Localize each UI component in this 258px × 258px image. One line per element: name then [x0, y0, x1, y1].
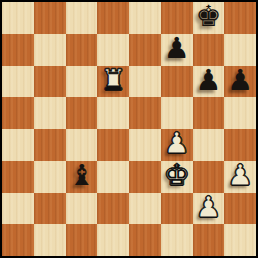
square-d1[interactable]: [97, 224, 129, 256]
square-h5[interactable]: [224, 97, 256, 129]
chess-board: ♚♟♜♟♟♟♝♚♟♟: [2, 2, 256, 256]
piece-white-pawn: ♟: [164, 129, 190, 158]
square-g4[interactable]: [193, 129, 225, 161]
square-a6[interactable]: [2, 66, 34, 98]
piece-black-bishop: ♝: [68, 161, 94, 190]
square-c4[interactable]: [66, 129, 98, 161]
square-c2[interactable]: [66, 193, 98, 225]
square-a1[interactable]: [2, 224, 34, 256]
square-c6[interactable]: [66, 66, 98, 98]
square-h4[interactable]: [224, 129, 256, 161]
square-a7[interactable]: [2, 34, 34, 66]
piece-white-pawn: ♟: [195, 193, 221, 222]
square-g5[interactable]: [193, 97, 225, 129]
chess-board-frame: ♚♟♜♟♟♟♝♚♟♟: [0, 0, 258, 258]
square-a5[interactable]: [2, 97, 34, 129]
square-c8[interactable]: [66, 2, 98, 34]
square-g8[interactable]: ♚: [193, 2, 225, 34]
square-g3[interactable]: [193, 161, 225, 193]
square-f1[interactable]: [161, 224, 193, 256]
square-d4[interactable]: [97, 129, 129, 161]
square-g1[interactable]: [193, 224, 225, 256]
square-e8[interactable]: [129, 2, 161, 34]
square-g6[interactable]: ♟: [193, 66, 225, 98]
square-h3[interactable]: ♟: [224, 161, 256, 193]
square-f6[interactable]: [161, 66, 193, 98]
square-b6[interactable]: [34, 66, 66, 98]
square-d3[interactable]: [97, 161, 129, 193]
square-h2[interactable]: [224, 193, 256, 225]
square-g7[interactable]: [193, 34, 225, 66]
square-e1[interactable]: [129, 224, 161, 256]
square-c3[interactable]: ♝: [66, 161, 98, 193]
square-f3[interactable]: ♚: [161, 161, 193, 193]
square-h6[interactable]: ♟: [224, 66, 256, 98]
piece-white-king: ♚: [164, 161, 190, 190]
piece-white-pawn: ♟: [227, 161, 253, 190]
square-c5[interactable]: [66, 97, 98, 129]
square-e2[interactable]: [129, 193, 161, 225]
square-d6[interactable]: ♜: [97, 66, 129, 98]
piece-black-pawn: ♟: [227, 66, 253, 95]
square-a8[interactable]: [2, 2, 34, 34]
square-b8[interactable]: [34, 2, 66, 34]
square-e7[interactable]: [129, 34, 161, 66]
square-b4[interactable]: [34, 129, 66, 161]
square-b5[interactable]: [34, 97, 66, 129]
square-f8[interactable]: [161, 2, 193, 34]
square-f5[interactable]: [161, 97, 193, 129]
square-e3[interactable]: [129, 161, 161, 193]
square-h7[interactable]: [224, 34, 256, 66]
square-e5[interactable]: [129, 97, 161, 129]
square-h1[interactable]: [224, 224, 256, 256]
square-b2[interactable]: [34, 193, 66, 225]
piece-black-king: ♚: [195, 2, 221, 31]
square-b3[interactable]: [34, 161, 66, 193]
square-a2[interactable]: [2, 193, 34, 225]
square-c1[interactable]: [66, 224, 98, 256]
square-b1[interactable]: [34, 224, 66, 256]
square-c7[interactable]: [66, 34, 98, 66]
square-d7[interactable]: [97, 34, 129, 66]
square-d2[interactable]: [97, 193, 129, 225]
square-d5[interactable]: [97, 97, 129, 129]
square-f7[interactable]: ♟: [161, 34, 193, 66]
piece-white-rook: ♜: [100, 66, 126, 95]
square-f2[interactable]: [161, 193, 193, 225]
square-a3[interactable]: [2, 161, 34, 193]
square-d8[interactable]: [97, 2, 129, 34]
square-e4[interactable]: [129, 129, 161, 161]
square-e6[interactable]: [129, 66, 161, 98]
square-b7[interactable]: [34, 34, 66, 66]
square-h8[interactable]: [224, 2, 256, 34]
piece-black-pawn: ♟: [195, 66, 221, 95]
square-f4[interactable]: ♟: [161, 129, 193, 161]
piece-black-pawn: ♟: [164, 34, 190, 63]
square-g2[interactable]: ♟: [193, 193, 225, 225]
square-a4[interactable]: [2, 129, 34, 161]
